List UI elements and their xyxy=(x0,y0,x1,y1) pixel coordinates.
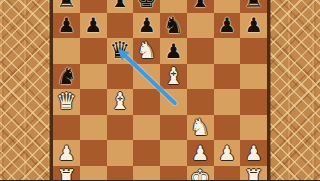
piece-white-bishop-e5[interactable]: ♝ xyxy=(163,65,184,88)
square-e5[interactable]: ♝ xyxy=(160,64,187,90)
square-d6[interactable]: ♞ xyxy=(133,38,160,64)
square-g6[interactable] xyxy=(214,38,241,64)
piece-black-pawn-d7[interactable]: ♟ xyxy=(138,15,156,35)
piece-black-pawn-h7[interactable]: ♟ xyxy=(245,15,263,35)
piece-white-pawn-a2[interactable]: ♟ xyxy=(57,143,75,163)
square-g5[interactable] xyxy=(214,64,241,90)
square-g2[interactable]: ♟ xyxy=(214,140,241,166)
piece-black-bishop-f8[interactable]: ♝ xyxy=(190,0,211,11)
square-f4[interactable] xyxy=(187,89,214,115)
square-f3[interactable]: ♞ xyxy=(187,115,214,141)
square-h1[interactable]: ♜ xyxy=(240,166,267,181)
square-c8[interactable]: ♝ xyxy=(107,0,134,13)
app-canvas: ♜♝♚♝♜♟♟♟♞♟♟♛♞♟♞♝♛♝♞♟♟♟♟♜♚♜ xyxy=(0,0,320,180)
piece-white-queen-a4[interactable]: ♛ xyxy=(56,90,77,113)
piece-white-pawn-g2[interactable]: ♟ xyxy=(218,143,236,163)
square-b7[interactable]: ♟ xyxy=(80,13,107,39)
piece-black-knight-a5[interactable]: ♞ xyxy=(56,65,77,88)
piece-white-knight-d6[interactable]: ♞ xyxy=(136,39,157,62)
piece-white-rook-h1[interactable]: ♜ xyxy=(243,167,264,180)
square-e2[interactable] xyxy=(160,140,187,166)
square-d2[interactable] xyxy=(133,140,160,166)
square-a4[interactable]: ♛ xyxy=(53,89,80,115)
square-f1[interactable]: ♚ xyxy=(187,166,214,181)
square-a3[interactable] xyxy=(53,115,80,141)
square-a7[interactable]: ♟ xyxy=(53,13,80,39)
square-b8[interactable] xyxy=(80,0,107,13)
piece-white-pawn-f2[interactable]: ♟ xyxy=(191,143,209,163)
square-c7[interactable] xyxy=(107,13,134,39)
chess-board[interactable]: ♜♝♚♝♜♟♟♟♞♟♟♛♞♟♞♝♛♝♞♟♟♟♟♜♚♜ xyxy=(50,0,270,180)
square-c5[interactable] xyxy=(107,64,134,90)
square-f7[interactable] xyxy=(187,13,214,39)
square-c4[interactable]: ♝ xyxy=(107,89,134,115)
piece-white-knight-f3[interactable]: ♞ xyxy=(190,116,211,139)
square-g7[interactable]: ♟ xyxy=(214,13,241,39)
piece-white-rook-a1[interactable]: ♜ xyxy=(56,167,77,180)
square-h6[interactable] xyxy=(240,38,267,64)
piece-white-bishop-c4[interactable]: ♝ xyxy=(110,90,131,113)
square-d3[interactable] xyxy=(133,115,160,141)
square-c6[interactable]: ♛ xyxy=(107,38,134,64)
square-b6[interactable] xyxy=(80,38,107,64)
square-e1[interactable] xyxy=(160,166,187,181)
square-a1[interactable]: ♜ xyxy=(53,166,80,181)
piece-black-pawn-g7[interactable]: ♟ xyxy=(218,15,236,35)
square-a5[interactable]: ♞ xyxy=(53,64,80,90)
square-d1[interactable] xyxy=(133,166,160,181)
square-c1[interactable] xyxy=(107,166,134,181)
square-h8[interactable]: ♜ xyxy=(240,0,267,13)
square-h2[interactable]: ♟ xyxy=(240,140,267,166)
square-a8[interactable]: ♜ xyxy=(53,0,80,13)
square-f8[interactable]: ♝ xyxy=(187,0,214,13)
piece-black-king-d8[interactable]: ♚ xyxy=(136,0,157,11)
square-e4[interactable] xyxy=(160,89,187,115)
square-b4[interactable] xyxy=(80,89,107,115)
square-d4[interactable] xyxy=(133,89,160,115)
square-e6[interactable]: ♟ xyxy=(160,38,187,64)
square-b5[interactable] xyxy=(80,64,107,90)
piece-black-knight-e7[interactable]: ♞ xyxy=(163,14,184,37)
square-f5[interactable] xyxy=(187,64,214,90)
piece-black-pawn-b7[interactable]: ♟ xyxy=(84,15,102,35)
piece-black-queen-c6[interactable]: ♛ xyxy=(110,39,131,62)
square-h4[interactable] xyxy=(240,89,267,115)
piece-white-king-f1[interactable]: ♚ xyxy=(190,167,211,180)
square-h7[interactable]: ♟ xyxy=(240,13,267,39)
square-a6[interactable] xyxy=(53,38,80,64)
square-g1[interactable] xyxy=(214,166,241,181)
square-e7[interactable]: ♞ xyxy=(160,13,187,39)
square-d5[interactable] xyxy=(133,64,160,90)
piece-black-rook-h8[interactable]: ♜ xyxy=(243,0,264,11)
square-e3[interactable] xyxy=(160,115,187,141)
square-d7[interactable]: ♟ xyxy=(133,13,160,39)
square-b2[interactable] xyxy=(80,140,107,166)
square-f2[interactable]: ♟ xyxy=(187,140,214,166)
square-h5[interactable] xyxy=(240,64,267,90)
square-b3[interactable] xyxy=(80,115,107,141)
square-g4[interactable] xyxy=(214,89,241,115)
piece-black-bishop-c8[interactable]: ♝ xyxy=(110,0,131,11)
square-f6[interactable] xyxy=(187,38,214,64)
piece-black-rook-a8[interactable]: ♜ xyxy=(56,0,77,11)
square-b1[interactable] xyxy=(80,166,107,181)
square-d8[interactable]: ♚ xyxy=(133,0,160,13)
piece-black-pawn-e6[interactable]: ♟ xyxy=(164,41,182,61)
piece-white-pawn-h2[interactable]: ♟ xyxy=(245,143,263,163)
square-h3[interactable] xyxy=(240,115,267,141)
square-c2[interactable] xyxy=(107,140,134,166)
square-g3[interactable] xyxy=(214,115,241,141)
piece-black-pawn-a7[interactable]: ♟ xyxy=(57,15,75,35)
square-g8[interactable] xyxy=(214,0,241,13)
square-e8[interactable] xyxy=(160,0,187,13)
square-c3[interactable] xyxy=(107,115,134,141)
square-a2[interactable]: ♟ xyxy=(53,140,80,166)
